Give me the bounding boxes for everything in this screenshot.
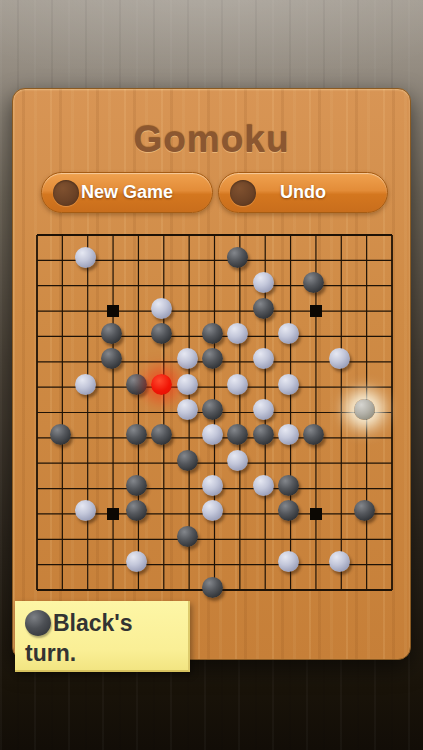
- app-background: Gomoku New Game Undo Black's turn.: [0, 0, 423, 750]
- stone-red-highlight: [151, 374, 172, 395]
- stone-black: [202, 323, 223, 344]
- stone-black: [278, 475, 299, 496]
- stone-white: [126, 551, 147, 572]
- stone-white: [227, 450, 248, 471]
- stone-white: [329, 551, 350, 572]
- stone-white: [75, 247, 96, 268]
- stone-white: [253, 272, 274, 293]
- board[interactable]: [37, 235, 392, 590]
- stone-white: [253, 348, 274, 369]
- stone-black: [126, 374, 147, 395]
- new-game-label: New Game: [42, 173, 212, 212]
- stone-white: [253, 399, 274, 420]
- star-point: [107, 305, 119, 317]
- stone-black: [177, 450, 198, 471]
- status-box: Black's turn.: [15, 601, 190, 672]
- stone-black: [202, 399, 223, 420]
- stone-black: [202, 577, 223, 598]
- stone-white: [177, 399, 198, 420]
- stone-black: [101, 348, 122, 369]
- stone-white: [278, 323, 299, 344]
- stone-white: [253, 475, 274, 496]
- stone-white: [177, 348, 198, 369]
- stone-white: [329, 348, 350, 369]
- stone-black: [126, 475, 147, 496]
- stone-white: [202, 475, 223, 496]
- stone-black: [253, 424, 274, 445]
- game-panel: Gomoku New Game Undo: [12, 88, 411, 660]
- star-point: [310, 508, 322, 520]
- page-title: Gomoku: [13, 119, 410, 161]
- stone-white: [227, 374, 248, 395]
- stone-black: [177, 526, 198, 547]
- new-game-button[interactable]: New Game: [41, 172, 213, 213]
- black-stone-icon: [25, 610, 51, 636]
- stone-glow-highlight: [354, 399, 375, 420]
- stone-white: [278, 374, 299, 395]
- stone-white: [177, 374, 198, 395]
- stone-white: [151, 298, 172, 319]
- stone-white: [75, 374, 96, 395]
- undo-button[interactable]: Undo: [218, 172, 388, 213]
- star-point: [107, 508, 119, 520]
- star-point: [310, 305, 322, 317]
- stone-black: [101, 323, 122, 344]
- stone-black: [253, 298, 274, 319]
- undo-label: Undo: [219, 173, 387, 212]
